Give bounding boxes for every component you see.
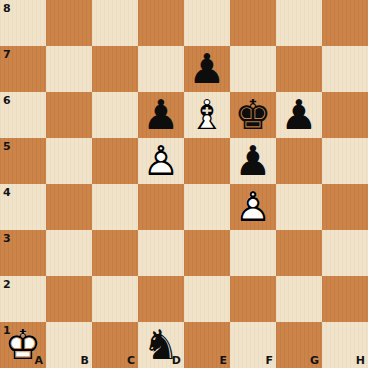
square-h8[interactable] <box>322 0 368 46</box>
file-label-h: H <box>356 355 365 366</box>
file-label-b: B <box>81 355 89 366</box>
square-h6[interactable] <box>322 92 368 138</box>
square-b8[interactable] <box>46 0 92 46</box>
square-h3[interactable] <box>322 230 368 276</box>
square-b7[interactable] <box>46 46 92 92</box>
square-e3[interactable] <box>184 230 230 276</box>
square-a8[interactable]: 8 <box>0 0 46 46</box>
square-d7[interactable] <box>138 46 184 92</box>
rank-label-7: 7 <box>3 49 11 60</box>
square-b4[interactable] <box>46 184 92 230</box>
square-h7[interactable] <box>322 46 368 92</box>
square-g7[interactable] <box>276 46 322 92</box>
piece-black-king: ♚ <box>230 92 276 138</box>
square-h1[interactable]: H <box>322 322 368 368</box>
square-h4[interactable] <box>322 184 368 230</box>
square-e4[interactable] <box>184 184 230 230</box>
square-d6[interactable]: ♟ <box>138 92 184 138</box>
square-e7[interactable]: ♟ <box>184 46 230 92</box>
square-e8[interactable] <box>184 0 230 46</box>
square-c7[interactable] <box>92 46 138 92</box>
square-g8[interactable] <box>276 0 322 46</box>
piece-black-pawn: ♟ <box>184 46 230 92</box>
square-a7[interactable]: 7 <box>0 46 46 92</box>
piece-white-pawn: ♟♙ <box>230 184 276 230</box>
square-f3[interactable] <box>230 230 276 276</box>
square-c5[interactable] <box>92 138 138 184</box>
square-h2[interactable] <box>322 276 368 322</box>
piece-black-pawn: ♟ <box>276 92 322 138</box>
square-b3[interactable] <box>46 230 92 276</box>
square-e5[interactable] <box>184 138 230 184</box>
piece-black-pawn: ♟ <box>230 138 276 184</box>
square-c3[interactable] <box>92 230 138 276</box>
piece-black-knight: ♞ <box>138 322 184 368</box>
piece-white-king: ♚♔ <box>0 322 46 368</box>
square-h5[interactable] <box>322 138 368 184</box>
file-label-e: E <box>219 355 227 366</box>
square-f5[interactable]: ♟ <box>230 138 276 184</box>
rank-label-5: 5 <box>3 141 11 152</box>
square-e6[interactable]: ♝♗ <box>184 92 230 138</box>
square-b5[interactable] <box>46 138 92 184</box>
square-f6[interactable]: ♚ <box>230 92 276 138</box>
file-label-g: G <box>310 355 319 366</box>
rank-label-6: 6 <box>3 95 11 106</box>
square-c1[interactable]: C <box>92 322 138 368</box>
square-a1[interactable]: 1A♚♔ <box>0 322 46 368</box>
rank-label-8: 8 <box>3 3 11 14</box>
square-g4[interactable] <box>276 184 322 230</box>
square-g6[interactable]: ♟ <box>276 92 322 138</box>
square-d2[interactable] <box>138 276 184 322</box>
rank-label-4: 4 <box>3 187 11 198</box>
rank-label-2: 2 <box>3 279 11 290</box>
square-a2[interactable]: 2 <box>0 276 46 322</box>
square-d4[interactable] <box>138 184 184 230</box>
square-a3[interactable]: 3 <box>0 230 46 276</box>
square-g3[interactable] <box>276 230 322 276</box>
square-f8[interactable] <box>230 0 276 46</box>
square-a5[interactable]: 5 <box>0 138 46 184</box>
square-f4[interactable]: ♟♙ <box>230 184 276 230</box>
piece-white-bishop: ♝♗ <box>184 92 230 138</box>
square-c6[interactable] <box>92 92 138 138</box>
file-label-c: C <box>127 355 135 366</box>
square-g2[interactable] <box>276 276 322 322</box>
square-b6[interactable] <box>46 92 92 138</box>
square-f2[interactable] <box>230 276 276 322</box>
square-c2[interactable] <box>92 276 138 322</box>
square-e2[interactable] <box>184 276 230 322</box>
piece-white-pawn: ♟♙ <box>138 138 184 184</box>
square-b2[interactable] <box>46 276 92 322</box>
square-a6[interactable]: 6 <box>0 92 46 138</box>
square-g5[interactable] <box>276 138 322 184</box>
square-e1[interactable]: E <box>184 322 230 368</box>
square-c4[interactable] <box>92 184 138 230</box>
square-b1[interactable]: B <box>46 322 92 368</box>
square-f1[interactable]: F <box>230 322 276 368</box>
square-d8[interactable] <box>138 0 184 46</box>
rank-label-3: 3 <box>3 233 11 244</box>
square-d3[interactable] <box>138 230 184 276</box>
chess-board: 87♟6♟♝♗♚♟5♟♙♟4♟♙321A♚♔BCD♞EFGH <box>0 0 368 368</box>
piece-black-pawn: ♟ <box>138 92 184 138</box>
square-d5[interactable]: ♟♙ <box>138 138 184 184</box>
square-g1[interactable]: G <box>276 322 322 368</box>
square-f7[interactable] <box>230 46 276 92</box>
square-c8[interactable] <box>92 0 138 46</box>
file-label-f: F <box>265 355 273 366</box>
square-a4[interactable]: 4 <box>0 184 46 230</box>
square-d1[interactable]: D♞ <box>138 322 184 368</box>
